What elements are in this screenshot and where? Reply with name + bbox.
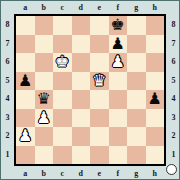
file-label-f: f [109,1,128,14]
square-c7[interactable] [53,35,72,54]
square-e3[interactable] [90,109,109,128]
square-g6[interactable] [127,53,146,72]
black-pawn-f7[interactable]: ♟ [111,34,125,53]
white-pawn-f6[interactable]: ♟ [111,53,125,72]
square-g7[interactable] [127,35,146,54]
file-label-d: d [72,1,91,14]
square-c6[interactable]: ♚ [53,53,72,72]
file-label-a: a [16,1,35,14]
black-queen-b4[interactable]: ♛ [37,90,51,109]
square-e8[interactable] [90,16,109,35]
square-e7[interactable] [90,35,109,54]
square-b5[interactable] [35,72,54,91]
rank-label-2: 2 [1,127,14,146]
square-g8[interactable] [127,16,146,35]
square-d6[interactable] [72,53,91,72]
square-d3[interactable] [72,109,91,128]
rank-labels-left: 87654321 [1,16,14,164]
rank-label-7: 7 [167,35,180,54]
square-d7[interactable] [72,35,91,54]
square-c5[interactable] [53,72,72,91]
file-labels-bottom: abcdefgh [16,167,164,180]
square-b3[interactable]: ♟ [35,109,54,128]
square-a1[interactable] [16,146,35,165]
square-b2[interactable] [35,127,54,146]
square-d4[interactable] [72,90,91,109]
rank-label-7: 7 [1,35,14,54]
square-e4[interactable] [90,90,109,109]
square-c4[interactable] [53,90,72,109]
file-label-g: g [127,167,146,180]
square-f7[interactable]: ♟ [109,35,128,54]
chess-board[interactable]: ♚♟♚♟♟♛♛♟♟♟ [14,14,166,166]
rank-label-4: 4 [1,90,14,109]
square-g1[interactable] [127,146,146,165]
square-e1[interactable] [90,146,109,165]
rank-label-3: 3 [1,109,14,128]
square-c3[interactable] [53,109,72,128]
square-f4[interactable] [109,90,128,109]
square-b6[interactable] [35,53,54,72]
square-a7[interactable] [16,35,35,54]
square-h4[interactable]: ♟ [146,90,165,109]
file-label-g: g [127,1,146,14]
square-c2[interactable] [53,127,72,146]
file-label-c: c [53,1,72,14]
square-g5[interactable] [127,72,146,91]
square-a4[interactable] [16,90,35,109]
rank-label-8: 8 [1,16,14,35]
square-h5[interactable] [146,72,165,91]
square-g3[interactable] [127,109,146,128]
white-queen-e5[interactable]: ♛ [92,71,106,90]
rank-labels-right: 87654321 [167,16,180,164]
rank-label-5: 5 [1,72,14,91]
square-h3[interactable] [146,109,165,128]
white-to-move-indicator [166,164,177,175]
white-king-c6[interactable]: ♚ [55,53,69,72]
rank-label-6: 6 [1,53,14,72]
square-c1[interactable] [53,146,72,165]
rank-label-8: 8 [167,16,180,35]
square-f1[interactable] [109,146,128,165]
square-a8[interactable] [16,16,35,35]
square-e6[interactable] [90,53,109,72]
square-c8[interactable] [53,16,72,35]
rank-label-4: 4 [167,90,180,109]
file-label-e: e [90,1,109,14]
chess-diagram: abcdefgh abcdefgh 87654321 87654321 ♚♟♚♟… [0,0,180,180]
rank-label-3: 3 [167,109,180,128]
file-labels-top: abcdefgh [16,1,164,14]
square-g4[interactable] [127,90,146,109]
black-pawn-a5[interactable]: ♟ [18,71,32,90]
square-d5[interactable] [72,72,91,91]
square-b8[interactable] [35,16,54,35]
square-d2[interactable] [72,127,91,146]
square-f2[interactable] [109,127,128,146]
file-label-d: d [72,167,91,180]
square-h8[interactable] [146,16,165,35]
square-f5[interactable] [109,72,128,91]
square-f8[interactable]: ♚ [109,16,128,35]
file-label-c: c [53,167,72,180]
black-king-f8[interactable]: ♚ [111,16,125,35]
square-d1[interactable] [72,146,91,165]
white-pawn-b3[interactable]: ♟ [37,108,51,127]
file-label-a: a [16,167,35,180]
square-b4[interactable]: ♛ [35,90,54,109]
square-a6[interactable] [16,53,35,72]
rank-label-5: 5 [167,72,180,91]
white-pawn-a2[interactable]: ♟ [18,127,32,146]
file-label-h: h [146,1,165,14]
file-label-b: b [35,1,54,14]
square-h6[interactable] [146,53,165,72]
file-label-e: e [90,167,109,180]
square-f3[interactable] [109,109,128,128]
square-d8[interactable] [72,16,91,35]
square-h7[interactable] [146,35,165,54]
rank-label-6: 6 [167,53,180,72]
rank-label-2: 2 [167,127,180,146]
square-a5[interactable]: ♟ [16,72,35,91]
file-label-b: b [35,167,54,180]
square-a2[interactable]: ♟ [16,127,35,146]
square-g2[interactable] [127,127,146,146]
rank-label-1: 1 [1,146,14,165]
square-h1[interactable] [146,146,165,165]
square-h2[interactable] [146,127,165,146]
square-a3[interactable] [16,109,35,128]
square-e5[interactable]: ♛ [90,72,109,91]
file-label-h: h [146,167,165,180]
square-e2[interactable] [90,127,109,146]
square-b1[interactable] [35,146,54,165]
rank-label-1: 1 [167,146,180,165]
square-b7[interactable] [35,35,54,54]
file-label-f: f [109,167,128,180]
square-f6[interactable]: ♟ [109,53,128,72]
black-pawn-h4[interactable]: ♟ [148,90,162,109]
